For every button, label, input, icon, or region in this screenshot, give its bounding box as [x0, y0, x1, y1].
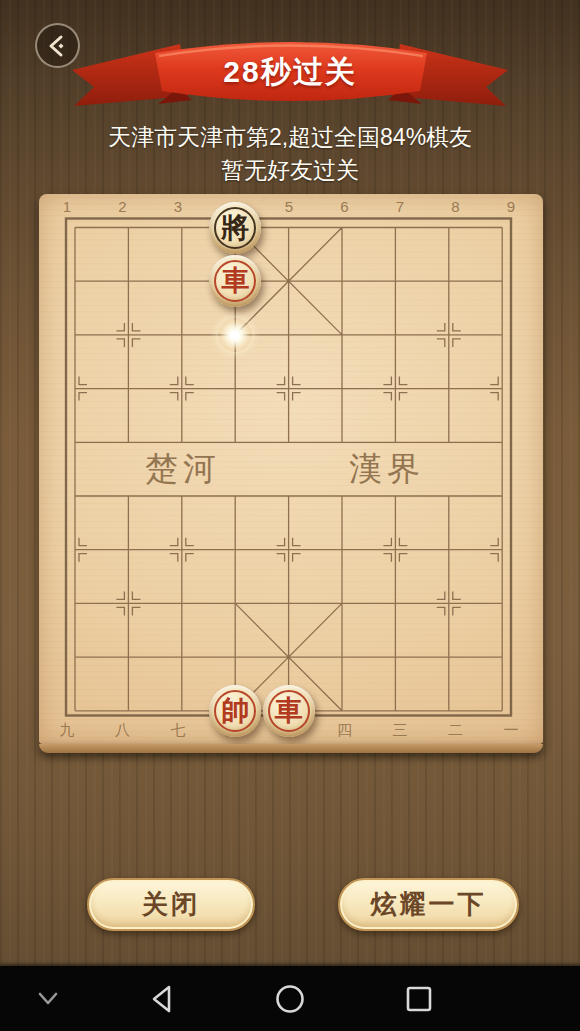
back-triangle-icon[interactable]	[148, 983, 176, 1015]
red-piece-車[interactable]: 車	[209, 255, 261, 307]
board-bottom-edge	[39, 744, 543, 753]
board-grid	[39, 194, 543, 744]
file-label-top: 3	[174, 198, 182, 215]
piece-glyph: 車	[221, 267, 249, 295]
home-circle-icon[interactable]	[274, 983, 306, 1015]
file-label-bottom: 四	[337, 721, 352, 740]
close-button[interactable]: 关闭	[87, 878, 255, 931]
piece-glyph: 車	[275, 697, 303, 725]
file-label-bottom: 九	[60, 721, 75, 740]
brag-button[interactable]: 炫耀一下	[338, 878, 519, 931]
recents-square-icon[interactable]	[404, 984, 434, 1014]
file-label-top: 5	[285, 198, 293, 215]
file-label-top: 9	[507, 198, 515, 215]
rank-subtitle: 天津市天津市第2,超过全国84%棋友 暂无好友过关	[0, 121, 580, 187]
file-label-top: 8	[451, 198, 459, 215]
file-label-bottom: 二	[448, 721, 463, 740]
file-label-top: 1	[63, 198, 71, 215]
file-label-bottom: 三	[393, 721, 408, 740]
red-piece-帥[interactable]: 帥	[209, 685, 261, 737]
android-nav-bar	[0, 966, 580, 1031]
last-move-glow-marker	[218, 318, 252, 352]
rank-line: 天津市天津市第2,超过全国84%棋友	[0, 121, 580, 154]
result-banner-title: 28秒过关	[60, 54, 520, 90]
file-label-top: 2	[118, 198, 126, 215]
river-text-right: 漢界	[349, 447, 425, 492]
file-label-bottom: 一	[504, 721, 519, 740]
xiangqi-board[interactable]: 123456789九八七六五四三二一楚河漢界將車帥車	[39, 194, 543, 744]
red-piece-車[interactable]: 車	[263, 685, 315, 737]
piece-glyph: 帥	[221, 697, 249, 725]
file-label-bottom: 八	[115, 721, 130, 740]
game-result-screen: 28秒过关 天津市天津市第2,超过全国84%棋友 暂无好友过关 12345678…	[0, 0, 580, 1031]
black-piece-將[interactable]: 將	[209, 202, 261, 254]
file-label-bottom: 七	[171, 721, 186, 740]
friends-line: 暂无好友过关	[0, 154, 580, 187]
river-text-left: 楚河	[145, 447, 221, 492]
file-label-top: 6	[340, 198, 348, 215]
hide-nav-chevron-down-icon[interactable]	[33, 988, 63, 1010]
piece-glyph: 將	[221, 214, 249, 242]
file-label-top: 7	[396, 198, 404, 215]
